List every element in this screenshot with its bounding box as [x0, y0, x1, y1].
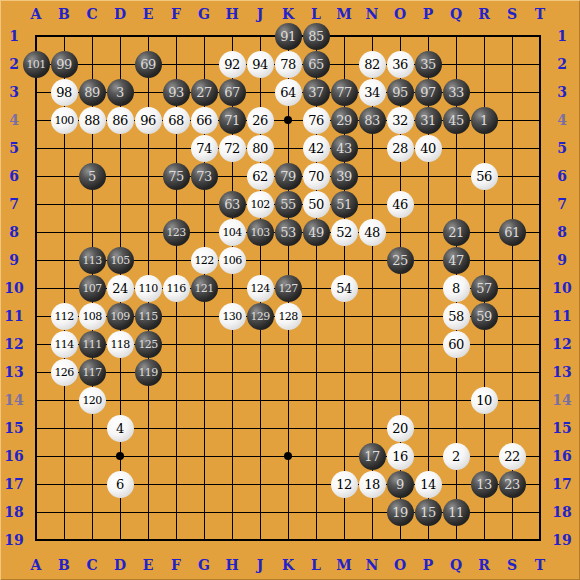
go-board[interactable]: ABCDEFGHJKLMNOPQRST ABCDEFGHJKLMNOPQRST …: [0, 0, 580, 580]
move-number: 18: [364, 477, 380, 492]
coord-label-bottom-T: T: [526, 557, 554, 573]
stone-black-27: 27: [191, 79, 218, 106]
move-number: 128: [279, 310, 298, 323]
stone-white-68: 68: [163, 107, 190, 134]
stone-black-1: 1: [471, 107, 498, 134]
move-number: 45: [448, 113, 464, 128]
move-number: 9: [396, 477, 404, 492]
stone-white-58: 58: [443, 303, 470, 330]
move-number: 106: [223, 254, 242, 267]
stone-black-113: 113: [79, 247, 106, 274]
stone-white-82: 82: [359, 51, 386, 78]
move-number: 24: [112, 281, 128, 296]
move-number: 75: [168, 169, 184, 184]
coord-label-top-M: M: [330, 6, 358, 22]
stone-white-116: 116: [163, 275, 190, 302]
coord-label-top-B: B: [50, 6, 78, 22]
move-number: 19: [392, 505, 408, 520]
stone-black-107: 107: [79, 275, 106, 302]
stone-white-8: 8: [443, 275, 470, 302]
stone-black-75: 75: [163, 163, 190, 190]
move-number: 108: [83, 310, 102, 323]
coord-label-bottom-K: K: [274, 557, 302, 573]
move-number: 125: [139, 338, 158, 351]
coord-label-top-C: C: [78, 6, 106, 22]
stone-white-124: 124: [247, 275, 274, 302]
move-number: 109: [111, 310, 130, 323]
move-number: 64: [280, 85, 296, 100]
stone-black-17: 17: [359, 443, 386, 470]
move-number: 10: [476, 393, 492, 408]
stone-black-73: 73: [191, 163, 218, 190]
move-number: 123: [167, 226, 186, 239]
stone-black-77: 77: [331, 79, 358, 106]
stone-black-91: 91: [275, 23, 302, 50]
move-number: 67: [224, 85, 240, 100]
move-number: 48: [364, 225, 380, 240]
stone-white-20: 20: [387, 415, 414, 442]
coord-label-bottom-B: B: [50, 557, 78, 573]
stone-black-55: 55: [275, 191, 302, 218]
move-number: 96: [140, 113, 156, 128]
stone-white-78: 78: [275, 51, 302, 78]
stone-white-126: 126: [51, 359, 78, 386]
move-number: 37: [308, 85, 324, 100]
stones-layer: 1234568910111213141516171819202122232425…: [22, 22, 554, 554]
move-number: 99: [56, 57, 72, 72]
stone-white-102: 102: [247, 191, 274, 218]
coord-label-bottom-S: S: [498, 557, 526, 573]
coord-label-top-A: A: [22, 6, 50, 22]
stone-white-86: 86: [107, 107, 134, 134]
move-number: 15: [420, 505, 436, 520]
stone-white-66: 66: [191, 107, 218, 134]
coord-label-top-Q: Q: [442, 6, 470, 22]
stone-black-51: 51: [331, 191, 358, 218]
move-number: 46: [392, 197, 408, 212]
move-number: 6: [116, 477, 124, 492]
move-number: 63: [224, 197, 240, 212]
stone-black-25: 25: [387, 247, 414, 274]
move-number: 12: [336, 477, 352, 492]
stone-black-49: 49: [303, 219, 330, 246]
stone-white-56: 56: [471, 163, 498, 190]
move-number: 31: [420, 113, 436, 128]
move-number: 122: [195, 254, 214, 267]
coord-label-top-G: G: [190, 6, 218, 22]
stone-white-18: 18: [359, 471, 386, 498]
stone-black-127: 127: [275, 275, 302, 302]
stone-black-5: 5: [79, 163, 106, 190]
stone-black-9: 9: [387, 471, 414, 498]
move-number: 62: [252, 169, 268, 184]
stone-white-22: 22: [499, 443, 526, 470]
move-number: 69: [140, 57, 156, 72]
move-number: 98: [56, 85, 72, 100]
coord-label-top-K: K: [274, 6, 302, 22]
move-number: 82: [364, 57, 380, 72]
move-number: 76: [308, 113, 324, 128]
move-number: 59: [476, 309, 492, 324]
stone-white-64: 64: [275, 79, 302, 106]
move-number: 80: [252, 141, 268, 156]
move-number: 25: [392, 253, 408, 268]
move-number: 110: [139, 282, 158, 295]
move-number: 49: [308, 225, 324, 240]
move-number: 91: [280, 29, 296, 44]
move-number: 33: [448, 85, 464, 100]
stone-black-97: 97: [415, 79, 442, 106]
move-number: 68: [168, 113, 184, 128]
move-number: 116: [167, 282, 186, 295]
stone-white-28: 28: [387, 135, 414, 162]
move-number: 2: [452, 449, 460, 464]
move-number: 50: [308, 197, 324, 212]
coord-label-bottom-P: P: [414, 557, 442, 573]
coord-label-bottom-Q: Q: [442, 557, 470, 573]
move-number: 115: [139, 310, 158, 323]
move-number: 127: [279, 282, 298, 295]
move-number: 107: [83, 282, 102, 295]
coord-label-bottom-M: M: [330, 557, 358, 573]
stone-black-59: 59: [471, 303, 498, 330]
stone-black-119: 119: [135, 359, 162, 386]
stone-white-98: 98: [51, 79, 78, 106]
coord-label-top-P: P: [414, 6, 442, 22]
coord-label-bottom-N: N: [358, 557, 386, 573]
stone-black-109: 109: [107, 303, 134, 330]
stone-white-6: 6: [107, 471, 134, 498]
move-number: 129: [251, 310, 270, 323]
stone-black-63: 63: [219, 191, 246, 218]
stone-black-35: 35: [415, 51, 442, 78]
move-number: 4: [116, 421, 124, 436]
move-number: 32: [392, 113, 408, 128]
move-number: 58: [448, 309, 464, 324]
stone-white-4: 4: [107, 415, 134, 442]
move-number: 121: [195, 282, 214, 295]
move-number: 65: [308, 57, 324, 72]
move-number: 42: [308, 141, 324, 156]
stone-white-10: 10: [471, 387, 498, 414]
move-number: 111: [83, 338, 102, 351]
move-number: 3: [116, 85, 124, 100]
move-number: 55: [280, 197, 296, 212]
move-number: 124: [251, 282, 270, 295]
stone-white-94: 94: [247, 51, 274, 78]
coord-label-bottom-C: C: [78, 557, 106, 573]
stone-white-114: 114: [51, 331, 78, 358]
move-number: 20: [392, 421, 408, 436]
move-number: 13: [476, 477, 492, 492]
coord-label-top-E: E: [134, 6, 162, 22]
move-number: 17: [364, 449, 380, 464]
stone-white-54: 54: [331, 275, 358, 302]
stone-black-31: 31: [415, 107, 442, 134]
move-number: 5: [88, 169, 96, 184]
stone-black-129: 129: [247, 303, 274, 330]
move-number: 92: [224, 57, 240, 72]
stone-white-122: 122: [191, 247, 218, 274]
stone-white-96: 96: [135, 107, 162, 134]
stone-black-3: 3: [107, 79, 134, 106]
move-number: 113: [83, 254, 102, 267]
stone-black-13: 13: [471, 471, 498, 498]
move-number: 14: [420, 477, 436, 492]
move-number: 40: [420, 141, 436, 156]
move-number: 120: [83, 394, 102, 407]
stone-black-47: 47: [443, 247, 470, 274]
stone-white-70: 70: [303, 163, 330, 190]
coord-label-bottom-A: A: [22, 557, 50, 573]
stone-white-106: 106: [219, 247, 246, 274]
stone-black-57: 57: [471, 275, 498, 302]
move-number: 70: [308, 169, 324, 184]
stone-black-95: 95: [387, 79, 414, 106]
stone-white-108: 108: [79, 303, 106, 330]
coord-label-top-S: S: [498, 6, 526, 22]
move-number: 36: [392, 57, 408, 72]
stone-white-104: 104: [219, 219, 246, 246]
stone-black-61: 61: [499, 219, 526, 246]
move-number: 105: [111, 254, 130, 267]
stone-white-72: 72: [219, 135, 246, 162]
coord-label-bottom-J: J: [246, 557, 274, 573]
stone-black-53: 53: [275, 219, 302, 246]
stone-white-76: 76: [303, 107, 330, 134]
move-number: 86: [112, 113, 128, 128]
coord-label-bottom-R: R: [470, 557, 498, 573]
coord-label-top-H: H: [218, 6, 246, 22]
stone-white-40: 40: [415, 135, 442, 162]
move-number: 29: [336, 113, 352, 128]
move-number: 56: [476, 169, 492, 184]
move-number: 16: [392, 449, 408, 464]
move-number: 47: [448, 253, 464, 268]
stone-white-50: 50: [303, 191, 330, 218]
move-number: 73: [196, 169, 212, 184]
stone-black-65: 65: [303, 51, 330, 78]
stone-black-39: 39: [331, 163, 358, 190]
move-number: 43: [336, 141, 352, 156]
coord-label-bottom-D: D: [106, 557, 134, 573]
move-number: 54: [336, 281, 352, 296]
move-number: 66: [196, 113, 212, 128]
coord-label-top-O: O: [386, 6, 414, 22]
coord-label-top-J: J: [246, 6, 274, 22]
stone-black-99: 99: [51, 51, 78, 78]
stone-black-85: 85: [303, 23, 330, 50]
stone-black-101: 101: [23, 51, 50, 78]
stone-black-105: 105: [107, 247, 134, 274]
move-number: 130: [223, 310, 242, 323]
move-number: 104: [223, 226, 242, 239]
move-number: 101: [27, 58, 46, 71]
move-number: 39: [336, 169, 352, 184]
stone-black-83: 83: [359, 107, 386, 134]
stone-white-100: 100: [51, 107, 78, 134]
stone-black-93: 93: [163, 79, 190, 106]
move-number: 35: [420, 57, 436, 72]
move-number: 93: [168, 85, 184, 100]
move-number: 102: [251, 198, 270, 211]
stone-white-60: 60: [443, 331, 470, 358]
move-number: 53: [280, 225, 296, 240]
coord-label-bottom-G: G: [190, 557, 218, 573]
stone-white-2: 2: [443, 443, 470, 470]
move-number: 97: [420, 85, 436, 100]
stone-white-24: 24: [107, 275, 134, 302]
move-number: 94: [252, 57, 268, 72]
stone-white-112: 112: [51, 303, 78, 330]
stone-white-48: 48: [359, 219, 386, 246]
stone-black-111: 111: [79, 331, 106, 358]
stone-black-79: 79: [275, 163, 302, 190]
move-number: 85: [308, 29, 324, 44]
stone-black-69: 69: [135, 51, 162, 78]
stone-white-74: 74: [191, 135, 218, 162]
move-number: 88: [84, 113, 100, 128]
move-number: 95: [392, 85, 408, 100]
move-number: 74: [196, 141, 212, 156]
move-number: 28: [392, 141, 408, 156]
move-number: 8: [452, 281, 460, 296]
coord-label-top-T: T: [526, 6, 554, 22]
coord-label-bottom-O: O: [386, 557, 414, 573]
coord-label-bottom-E: E: [134, 557, 162, 573]
stone-black-71: 71: [219, 107, 246, 134]
stone-black-125: 125: [135, 331, 162, 358]
stone-black-33: 33: [443, 79, 470, 106]
stone-white-88: 88: [79, 107, 106, 134]
move-number: 117: [83, 366, 102, 379]
stone-black-11: 11: [443, 499, 470, 526]
move-number: 79: [280, 169, 296, 184]
move-number: 126: [55, 366, 74, 379]
stone-black-23: 23: [499, 471, 526, 498]
move-number: 51: [336, 197, 352, 212]
move-number: 52: [336, 225, 352, 240]
stone-black-103: 103: [247, 219, 274, 246]
stone-white-52: 52: [331, 219, 358, 246]
stone-black-117: 117: [79, 359, 106, 386]
move-number: 103: [251, 226, 270, 239]
coord-label-top-N: N: [358, 6, 386, 22]
move-number: 72: [224, 141, 240, 156]
stone-white-92: 92: [219, 51, 246, 78]
coord-label-top-R: R: [470, 6, 498, 22]
stone-black-29: 29: [331, 107, 358, 134]
stone-black-121: 121: [191, 275, 218, 302]
move-number: 118: [111, 338, 130, 351]
coord-label-bottom-L: L: [302, 557, 330, 573]
move-number: 26: [252, 113, 268, 128]
move-number: 89: [84, 85, 100, 100]
move-number: 27: [196, 85, 212, 100]
stone-white-110: 110: [135, 275, 162, 302]
move-number: 60: [448, 337, 464, 352]
move-number: 112: [55, 310, 74, 323]
stone-black-15: 15: [415, 499, 442, 526]
stone-white-130: 130: [219, 303, 246, 330]
stone-black-37: 37: [303, 79, 330, 106]
stone-black-115: 115: [135, 303, 162, 330]
stone-white-12: 12: [331, 471, 358, 498]
move-number: 22: [504, 449, 520, 464]
stone-white-46: 46: [387, 191, 414, 218]
stone-black-123: 123: [163, 219, 190, 246]
move-number: 34: [364, 85, 380, 100]
stone-black-21: 21: [443, 219, 470, 246]
coord-label-bottom-F: F: [162, 557, 190, 573]
stone-white-120: 120: [79, 387, 106, 414]
stone-white-32: 32: [387, 107, 414, 134]
stone-black-89: 89: [79, 79, 106, 106]
stone-black-43: 43: [331, 135, 358, 162]
stone-white-80: 80: [247, 135, 274, 162]
move-number: 114: [55, 338, 74, 351]
coord-label-top-F: F: [162, 6, 190, 22]
move-number: 71: [224, 113, 240, 128]
stone-white-128: 128: [275, 303, 302, 330]
move-number: 1: [480, 113, 488, 128]
move-number: 77: [336, 85, 352, 100]
stone-white-118: 118: [107, 331, 134, 358]
coord-label-top-D: D: [106, 6, 134, 22]
coord-label-bottom-H: H: [218, 557, 246, 573]
stone-white-42: 42: [303, 135, 330, 162]
coord-label-top-L: L: [302, 6, 330, 22]
move-number: 21: [448, 225, 464, 240]
move-number: 78: [280, 57, 296, 72]
stone-white-14: 14: [415, 471, 442, 498]
stone-white-36: 36: [387, 51, 414, 78]
stone-black-67: 67: [219, 79, 246, 106]
move-number: 23: [504, 477, 520, 492]
move-number: 83: [364, 113, 380, 128]
stone-white-16: 16: [387, 443, 414, 470]
move-number: 11: [448, 505, 464, 520]
move-number: 61: [504, 225, 520, 240]
move-number: 100: [55, 114, 74, 127]
stone-white-34: 34: [359, 79, 386, 106]
stone-white-26: 26: [247, 107, 274, 134]
stone-black-45: 45: [443, 107, 470, 134]
move-number: 119: [139, 366, 158, 379]
stone-white-62: 62: [247, 163, 274, 190]
move-number: 57: [476, 281, 492, 296]
stone-black-19: 19: [387, 499, 414, 526]
